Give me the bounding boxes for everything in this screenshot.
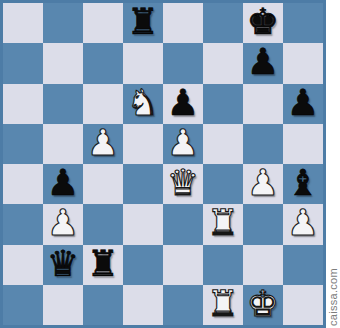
square-f1[interactable]: ♜ bbox=[203, 285, 243, 325]
square-f2[interactable] bbox=[203, 245, 243, 285]
square-c1[interactable] bbox=[83, 285, 123, 325]
square-b3[interactable]: ♟ bbox=[43, 204, 83, 244]
square-b6[interactable] bbox=[43, 84, 83, 124]
square-b5[interactable] bbox=[43, 124, 83, 164]
square-c5[interactable]: ♟ bbox=[83, 124, 123, 164]
square-h8[interactable] bbox=[283, 3, 323, 43]
side-strip: caissa.com bbox=[326, 0, 340, 328]
piece-white-pawn[interactable]: ♟ bbox=[287, 205, 319, 241]
square-c7[interactable] bbox=[83, 43, 123, 83]
square-e1[interactable] bbox=[163, 285, 203, 325]
square-e5[interactable]: ♟ bbox=[163, 124, 203, 164]
square-g6[interactable] bbox=[243, 84, 283, 124]
square-c2[interactable]: ♜ bbox=[83, 245, 123, 285]
piece-black-rook[interactable]: ♜ bbox=[127, 4, 159, 40]
square-d2[interactable] bbox=[123, 245, 163, 285]
square-c8[interactable] bbox=[83, 3, 123, 43]
square-g2[interactable] bbox=[243, 245, 283, 285]
piece-black-pawn[interactable]: ♟ bbox=[287, 85, 319, 121]
chess-board: ♜♚♟♞♟♟♟♟♟♛♟♝♟♜♟♛♜♜♚ bbox=[3, 3, 323, 325]
square-e8[interactable] bbox=[163, 3, 203, 43]
square-g7[interactable]: ♟ bbox=[243, 43, 283, 83]
square-g4[interactable]: ♟ bbox=[243, 164, 283, 204]
square-f3[interactable]: ♜ bbox=[203, 204, 243, 244]
square-c4[interactable] bbox=[83, 164, 123, 204]
square-f7[interactable] bbox=[203, 43, 243, 83]
piece-black-rook[interactable]: ♜ bbox=[87, 246, 119, 282]
square-b8[interactable] bbox=[43, 3, 83, 43]
square-a1[interactable] bbox=[3, 285, 43, 325]
piece-black-bishop[interactable]: ♝ bbox=[287, 165, 319, 201]
piece-white-pawn[interactable]: ♟ bbox=[167, 125, 199, 161]
square-d7[interactable] bbox=[123, 43, 163, 83]
square-b7[interactable] bbox=[43, 43, 83, 83]
square-h6[interactable]: ♟ bbox=[283, 84, 323, 124]
square-h5[interactable] bbox=[283, 124, 323, 164]
piece-black-pawn[interactable]: ♟ bbox=[167, 85, 199, 121]
square-d3[interactable] bbox=[123, 204, 163, 244]
square-b2[interactable]: ♛ bbox=[43, 245, 83, 285]
square-e6[interactable]: ♟ bbox=[163, 84, 203, 124]
board-frame: ♜♚♟♞♟♟♟♟♟♛♟♝♟♜♟♛♜♜♚ bbox=[0, 0, 326, 328]
square-h4[interactable]: ♝ bbox=[283, 164, 323, 204]
square-a6[interactable] bbox=[3, 84, 43, 124]
piece-white-knight[interactable]: ♞ bbox=[127, 85, 159, 121]
square-g3[interactable] bbox=[243, 204, 283, 244]
square-f8[interactable] bbox=[203, 3, 243, 43]
chess-diagram: ♜♚♟♞♟♟♟♟♟♛♟♝♟♜♟♛♜♜♚ caissa.com bbox=[0, 0, 340, 328]
square-d4[interactable] bbox=[123, 164, 163, 204]
square-d1[interactable] bbox=[123, 285, 163, 325]
square-a2[interactable] bbox=[3, 245, 43, 285]
square-b1[interactable] bbox=[43, 285, 83, 325]
piece-white-pawn[interactable]: ♟ bbox=[247, 165, 279, 201]
square-h7[interactable] bbox=[283, 43, 323, 83]
square-h3[interactable]: ♟ bbox=[283, 204, 323, 244]
piece-white-king[interactable]: ♚ bbox=[247, 286, 279, 322]
square-e3[interactable] bbox=[163, 204, 203, 244]
square-g8[interactable]: ♚ bbox=[243, 3, 283, 43]
piece-black-queen[interactable]: ♛ bbox=[47, 246, 79, 282]
piece-black-pawn[interactable]: ♟ bbox=[47, 165, 79, 201]
piece-white-queen[interactable]: ♛ bbox=[167, 165, 199, 201]
square-d8[interactable]: ♜ bbox=[123, 3, 163, 43]
square-a4[interactable] bbox=[3, 164, 43, 204]
piece-white-rook[interactable]: ♜ bbox=[207, 205, 239, 241]
square-g5[interactable] bbox=[243, 124, 283, 164]
square-a5[interactable] bbox=[3, 124, 43, 164]
piece-white-pawn[interactable]: ♟ bbox=[47, 205, 79, 241]
square-d5[interactable] bbox=[123, 124, 163, 164]
square-a8[interactable] bbox=[3, 3, 43, 43]
square-d6[interactable]: ♞ bbox=[123, 84, 163, 124]
square-h2[interactable] bbox=[283, 245, 323, 285]
square-f5[interactable] bbox=[203, 124, 243, 164]
caissa-watermark: caissa.com bbox=[327, 268, 339, 328]
square-e2[interactable] bbox=[163, 245, 203, 285]
square-b4[interactable]: ♟ bbox=[43, 164, 83, 204]
piece-black-pawn[interactable]: ♟ bbox=[247, 44, 279, 80]
square-a7[interactable] bbox=[3, 43, 43, 83]
square-h1[interactable] bbox=[283, 285, 323, 325]
square-f4[interactable] bbox=[203, 164, 243, 204]
square-e7[interactable] bbox=[163, 43, 203, 83]
piece-white-rook[interactable]: ♜ bbox=[207, 286, 239, 322]
square-f6[interactable] bbox=[203, 84, 243, 124]
square-e4[interactable]: ♛ bbox=[163, 164, 203, 204]
square-c6[interactable] bbox=[83, 84, 123, 124]
square-a3[interactable] bbox=[3, 204, 43, 244]
piece-white-pawn[interactable]: ♟ bbox=[87, 125, 119, 161]
square-g1[interactable]: ♚ bbox=[243, 285, 283, 325]
square-c3[interactable] bbox=[83, 204, 123, 244]
piece-black-king[interactable]: ♚ bbox=[247, 4, 279, 40]
